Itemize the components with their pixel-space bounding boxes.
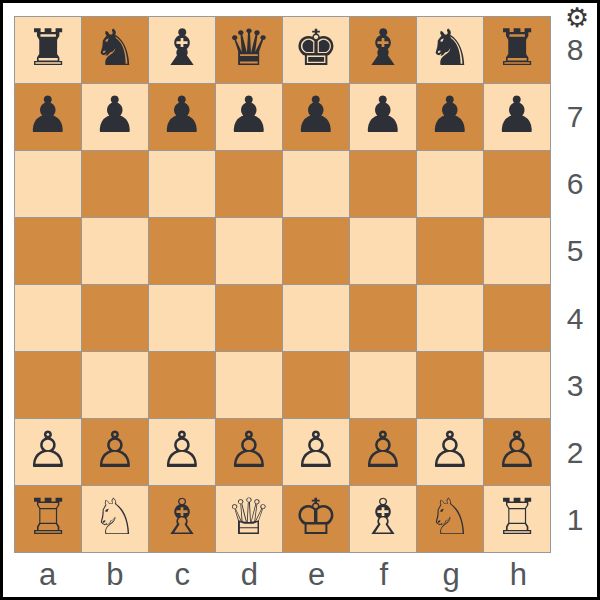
piece-black-king-e8[interactable]: ♚ — [294, 23, 339, 73]
piece-black-pawn-f7[interactable]: ♟ — [361, 90, 406, 140]
square-a3[interactable] — [15, 352, 81, 418]
piece-white-pawn-a2[interactable]: ♙ — [26, 425, 71, 475]
square-e4[interactable] — [283, 285, 349, 351]
piece-white-pawn-f2[interactable]: ♙ — [361, 425, 406, 475]
square-e8[interactable]: ♚ — [283, 17, 349, 83]
piece-white-knight-g1[interactable]: ♘ — [428, 492, 473, 542]
file-label-c: c — [149, 554, 216, 596]
square-h7[interactable]: ♟ — [484, 84, 550, 150]
rank-label-4: 4 — [552, 285, 598, 352]
piece-white-bishop-c1[interactable]: ♗ — [160, 492, 205, 542]
square-h4[interactable] — [484, 285, 550, 351]
piece-white-pawn-e2[interactable]: ♙ — [294, 425, 339, 475]
square-e1[interactable]: ♔ — [283, 486, 349, 552]
square-c7[interactable]: ♟ — [149, 84, 215, 150]
piece-black-pawn-a7[interactable]: ♟ — [26, 90, 71, 140]
file-label-b: b — [81, 554, 148, 596]
square-b8[interactable]: ♞ — [82, 17, 148, 83]
square-c5[interactable] — [149, 218, 215, 284]
square-d4[interactable] — [216, 285, 282, 351]
square-c4[interactable] — [149, 285, 215, 351]
square-h8[interactable]: ♜ — [484, 17, 550, 83]
file-label-e: e — [283, 554, 350, 596]
square-g8[interactable]: ♞ — [417, 17, 483, 83]
piece-white-queen-d1[interactable]: ♕ — [227, 492, 272, 542]
square-d5[interactable] — [216, 218, 282, 284]
file-label-a: a — [14, 554, 81, 596]
square-d7[interactable]: ♟ — [216, 84, 282, 150]
piece-white-knight-b1[interactable]: ♘ — [93, 492, 138, 542]
square-c6[interactable] — [149, 151, 215, 217]
square-f2[interactable]: ♙ — [350, 419, 416, 485]
rank-label-3: 3 — [552, 352, 598, 419]
square-a4[interactable] — [15, 285, 81, 351]
piece-black-rook-a8[interactable]: ♜ — [26, 23, 71, 73]
piece-white-pawn-h2[interactable]: ♙ — [495, 425, 540, 475]
square-a8[interactable]: ♜ — [15, 17, 81, 83]
square-f3[interactable] — [350, 352, 416, 418]
rank-label-1: 1 — [552, 487, 598, 554]
piece-black-pawn-b7[interactable]: ♟ — [93, 90, 138, 140]
rank-label-2: 2 — [552, 420, 598, 487]
piece-white-king-e1[interactable]: ♔ — [294, 492, 339, 542]
square-b1[interactable]: ♘ — [82, 486, 148, 552]
square-h6[interactable] — [484, 151, 550, 217]
square-b4[interactable] — [82, 285, 148, 351]
square-d6[interactable] — [216, 151, 282, 217]
chess-board: ♜♞♝♛♚♝♞♜♟♟♟♟♟♟♟♟♙♙♙♙♙♙♙♙♖♘♗♕♔♗♘♖ — [14, 16, 551, 553]
square-d1[interactable]: ♕ — [216, 486, 282, 552]
piece-white-pawn-c2[interactable]: ♙ — [160, 425, 205, 475]
piece-black-pawn-c7[interactable]: ♟ — [160, 90, 205, 140]
rank-label-7: 7 — [552, 83, 598, 150]
square-a1[interactable]: ♖ — [15, 486, 81, 552]
piece-black-bishop-f8[interactable]: ♝ — [361, 23, 406, 73]
square-f6[interactable] — [350, 151, 416, 217]
square-f1[interactable]: ♗ — [350, 486, 416, 552]
square-c3[interactable] — [149, 352, 215, 418]
settings-gear-icon[interactable]: ⚙ — [562, 2, 592, 32]
square-f4[interactable] — [350, 285, 416, 351]
square-a2[interactable]: ♙ — [15, 419, 81, 485]
square-g3[interactable] — [417, 352, 483, 418]
piece-black-pawn-d7[interactable]: ♟ — [227, 90, 272, 140]
file-label-d: d — [216, 554, 283, 596]
square-h1[interactable]: ♖ — [484, 486, 550, 552]
rank-labels: 87654321 — [552, 16, 598, 554]
square-a6[interactable] — [15, 151, 81, 217]
square-h3[interactable] — [484, 352, 550, 418]
square-e3[interactable] — [283, 352, 349, 418]
square-g2[interactable]: ♙ — [417, 419, 483, 485]
file-label-h: h — [485, 554, 552, 596]
square-f5[interactable] — [350, 218, 416, 284]
piece-white-rook-h1[interactable]: ♖ — [495, 492, 540, 542]
square-f7[interactable]: ♟ — [350, 84, 416, 150]
square-f8[interactable]: ♝ — [350, 17, 416, 83]
square-c8[interactable]: ♝ — [149, 17, 215, 83]
square-g5[interactable] — [417, 218, 483, 284]
piece-black-rook-h8[interactable]: ♜ — [495, 23, 540, 73]
square-e6[interactable] — [283, 151, 349, 217]
square-b2[interactable]: ♙ — [82, 419, 148, 485]
square-a5[interactable] — [15, 218, 81, 284]
file-label-f: f — [350, 554, 417, 596]
chess-app-window: ♜♞♝♛♚♝♞♜♟♟♟♟♟♟♟♟♙♙♙♙♙♙♙♙♖♘♗♕♔♗♘♖ 8765432… — [0, 0, 600, 600]
piece-black-pawn-g7[interactable]: ♟ — [428, 90, 473, 140]
piece-white-pawn-d2[interactable]: ♙ — [227, 425, 272, 475]
square-h2[interactable]: ♙ — [484, 419, 550, 485]
square-e5[interactable] — [283, 218, 349, 284]
piece-black-bishop-c8[interactable]: ♝ — [160, 23, 205, 73]
piece-white-rook-a1[interactable]: ♖ — [26, 492, 71, 542]
piece-white-pawn-g2[interactable]: ♙ — [428, 425, 473, 475]
piece-white-pawn-b2[interactable]: ♙ — [93, 425, 138, 475]
square-e7[interactable]: ♟ — [283, 84, 349, 150]
piece-black-queen-d8[interactable]: ♛ — [227, 23, 272, 73]
file-label-g: g — [418, 554, 485, 596]
square-g4[interactable] — [417, 285, 483, 351]
square-b3[interactable] — [82, 352, 148, 418]
square-d8[interactable]: ♛ — [216, 17, 282, 83]
square-g6[interactable] — [417, 151, 483, 217]
square-d2[interactable]: ♙ — [216, 419, 282, 485]
square-b6[interactable] — [82, 151, 148, 217]
square-e2[interactable]: ♙ — [283, 419, 349, 485]
piece-black-knight-b8[interactable]: ♞ — [93, 23, 138, 73]
square-h5[interactable] — [484, 218, 550, 284]
piece-black-pawn-e7[interactable]: ♟ — [294, 90, 339, 140]
piece-black-pawn-h7[interactable]: ♟ — [495, 90, 540, 140]
square-g1[interactable]: ♘ — [417, 486, 483, 552]
piece-white-bishop-f1[interactable]: ♗ — [361, 492, 406, 542]
rank-label-6: 6 — [552, 151, 598, 218]
square-d3[interactable] — [216, 352, 282, 418]
square-a7[interactable]: ♟ — [15, 84, 81, 150]
square-g7[interactable]: ♟ — [417, 84, 483, 150]
square-c1[interactable]: ♗ — [149, 486, 215, 552]
file-labels: abcdefgh — [14, 554, 552, 596]
rank-label-5: 5 — [552, 218, 598, 285]
square-b5[interactable] — [82, 218, 148, 284]
square-c2[interactable]: ♙ — [149, 419, 215, 485]
piece-black-knight-g8[interactable]: ♞ — [428, 23, 473, 73]
square-b7[interactable]: ♟ — [82, 84, 148, 150]
